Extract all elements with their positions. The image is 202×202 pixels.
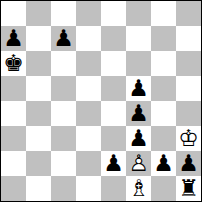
square-d4[interactable] (76, 101, 101, 126)
square-a1[interactable] (1, 176, 26, 201)
square-e1[interactable] (101, 176, 126, 201)
square-a2[interactable] (1, 151, 26, 176)
square-a3[interactable] (1, 126, 26, 151)
square-c4[interactable] (51, 101, 76, 126)
square-e3[interactable] (101, 126, 126, 151)
square-c3[interactable] (51, 126, 76, 151)
square-b2[interactable] (26, 151, 51, 176)
square-a5[interactable] (1, 76, 26, 101)
square-c7[interactable]: ♟ (51, 26, 76, 51)
square-a6[interactable]: ♚ (1, 51, 26, 76)
square-d6[interactable] (76, 51, 101, 76)
square-h8[interactable] (176, 1, 201, 26)
piece-white-pawn[interactable]: ♟♙ (126, 151, 151, 176)
square-c6[interactable] (51, 51, 76, 76)
piece-black-rook[interactable]: ♜ (176, 176, 201, 201)
square-g3[interactable] (151, 126, 176, 151)
square-f5[interactable]: ♟ (126, 76, 151, 101)
square-d2[interactable] (76, 151, 101, 176)
square-g8[interactable] (151, 1, 176, 26)
square-c5[interactable] (51, 76, 76, 101)
square-e8[interactable] (101, 1, 126, 26)
square-d7[interactable] (76, 26, 101, 51)
square-e7[interactable] (101, 26, 126, 51)
piece-black-pawn[interactable]: ♟ (1, 26, 26, 51)
square-g5[interactable] (151, 76, 176, 101)
square-b7[interactable] (26, 26, 51, 51)
piece-black-pawn[interactable]: ♟ (51, 26, 76, 51)
square-b6[interactable] (26, 51, 51, 76)
square-e4[interactable] (101, 101, 126, 126)
piece-outline-layer: ♗ (126, 176, 151, 201)
square-g2[interactable]: ♟ (151, 151, 176, 176)
piece-black-pawn[interactable]: ♟ (101, 151, 126, 176)
piece-white-bishop[interactable]: ♝♗ (126, 176, 151, 201)
square-a4[interactable] (1, 101, 26, 126)
square-b8[interactable] (26, 1, 51, 26)
piece-black-pawn[interactable]: ♟ (151, 151, 176, 176)
square-f4[interactable]: ♟ (126, 101, 151, 126)
square-c8[interactable] (51, 1, 76, 26)
square-f1[interactable]: ♝♗ (126, 176, 151, 201)
square-h7[interactable] (176, 26, 201, 51)
square-c2[interactable] (51, 151, 76, 176)
square-g1[interactable] (151, 176, 176, 201)
piece-outline-layer: ♔ (176, 126, 201, 151)
square-g4[interactable] (151, 101, 176, 126)
square-e5[interactable] (101, 76, 126, 101)
square-b5[interactable] (26, 76, 51, 101)
square-f8[interactable] (126, 1, 151, 26)
square-f6[interactable] (126, 51, 151, 76)
square-h3[interactable]: ♚♔ (176, 126, 201, 151)
square-f7[interactable] (126, 26, 151, 51)
piece-black-pawn[interactable]: ♟ (126, 126, 151, 151)
square-e6[interactable] (101, 51, 126, 76)
square-g6[interactable] (151, 51, 176, 76)
square-a7[interactable]: ♟ (1, 26, 26, 51)
square-b1[interactable] (26, 176, 51, 201)
square-h1[interactable]: ♜ (176, 176, 201, 201)
square-h5[interactable] (176, 76, 201, 101)
square-f2[interactable]: ♟♙ (126, 151, 151, 176)
square-f3[interactable]: ♟ (126, 126, 151, 151)
piece-outline-layer: ♙ (126, 151, 151, 176)
square-a8[interactable] (1, 1, 26, 26)
chess-board: ♟♟♚♟♟♟♚♔♟♟♙♟♟♝♗♜ (0, 0, 202, 202)
square-h6[interactable] (176, 51, 201, 76)
square-e2[interactable]: ♟ (101, 151, 126, 176)
piece-black-pawn[interactable]: ♟ (126, 76, 151, 101)
square-d5[interactable] (76, 76, 101, 101)
square-h4[interactable] (176, 101, 201, 126)
square-d8[interactable] (76, 1, 101, 26)
piece-black-pawn[interactable]: ♟ (126, 101, 151, 126)
piece-white-king[interactable]: ♚♔ (176, 126, 201, 151)
square-b3[interactable] (26, 126, 51, 151)
square-d1[interactable] (76, 176, 101, 201)
piece-black-pawn[interactable]: ♟ (176, 151, 201, 176)
square-g7[interactable] (151, 26, 176, 51)
square-c1[interactable] (51, 176, 76, 201)
square-b4[interactable] (26, 101, 51, 126)
piece-black-king[interactable]: ♚ (1, 51, 26, 76)
square-d3[interactable] (76, 126, 101, 151)
square-h2[interactable]: ♟ (176, 151, 201, 176)
